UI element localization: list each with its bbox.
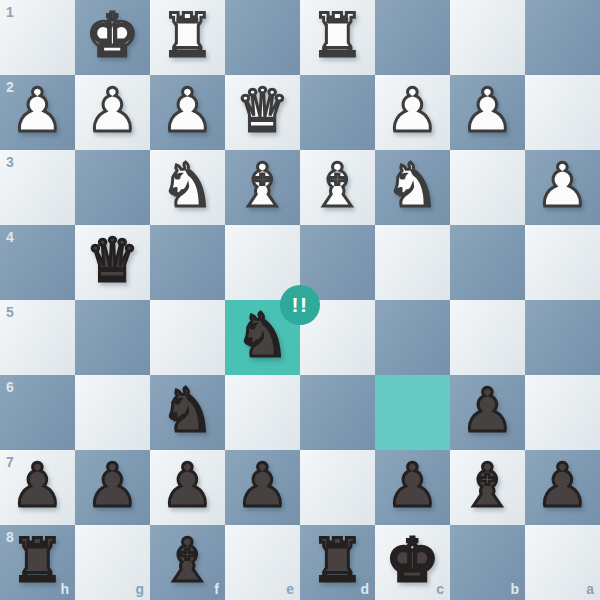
square-c7[interactable]: ♟ [375,450,450,525]
square-g5[interactable] [75,300,150,375]
square-c2[interactable]: ♟ [375,75,450,150]
piece-black-pawn-a7[interactable]: ♟ [536,455,590,515]
piece-white-pawn-g2[interactable]: ♟ [86,80,140,140]
piece-white-rook-d1[interactable]: ♜ [311,5,365,65]
square-b7[interactable]: ♝ [450,450,525,525]
square-a6[interactable] [525,375,600,450]
piece-black-pawn-c7[interactable]: ♟ [386,455,440,515]
square-f8[interactable]: f♝ [150,525,225,600]
piece-white-pawn-b2[interactable]: ♟ [461,80,515,140]
file-label-f: f [214,582,219,596]
square-c3[interactable]: ♞ [375,150,450,225]
square-f6[interactable]: ♞ [150,375,225,450]
rank-label-5: 5 [6,305,14,319]
piece-white-pawn-f2[interactable]: ♟ [161,80,215,140]
file-label-e: e [286,582,294,596]
square-e3[interactable]: ♝ [225,150,300,225]
square-c5[interactable] [375,300,450,375]
piece-black-pawn-e7[interactable]: ♟ [236,455,290,515]
square-c4[interactable] [375,225,450,300]
piece-black-rook-d8[interactable]: ♜ [311,530,365,590]
square-b8[interactable]: b [450,525,525,600]
file-label-d: d [360,582,369,596]
square-h1[interactable]: 1 [0,0,75,75]
square-g2[interactable]: ♟ [75,75,150,150]
file-label-c: c [436,582,444,596]
rank-label-8: 8 [6,530,14,544]
file-label-b: b [510,582,519,596]
square-h2[interactable]: 2♟ [0,75,75,150]
piece-white-knight-f3[interactable]: ♞ [161,155,215,215]
piece-black-rook-h8[interactable]: ♜ [11,530,65,590]
square-f2[interactable]: ♟ [150,75,225,150]
square-d8[interactable]: d♜ [300,525,375,600]
rank-label-7: 7 [6,455,14,469]
square-e2[interactable]: ♛ [225,75,300,150]
brilliant-move-badge: !! [280,285,320,325]
square-h8[interactable]: 8h♜ [0,525,75,600]
square-h6[interactable]: 6 [0,375,75,450]
square-e1[interactable] [225,0,300,75]
piece-white-bishop-d3[interactable]: ♝ [311,155,365,215]
piece-black-knight-f6[interactable]: ♞ [161,380,215,440]
piece-white-rook-f1[interactable]: ♜ [161,5,215,65]
square-b1[interactable] [450,0,525,75]
square-g3[interactable] [75,150,150,225]
square-b2[interactable]: ♟ [450,75,525,150]
square-e8[interactable]: e [225,525,300,600]
square-g1[interactable]: ♚ [75,0,150,75]
square-g7[interactable]: ♟ [75,450,150,525]
square-b6[interactable]: ♟ [450,375,525,450]
square-f4[interactable] [150,225,225,300]
square-c8[interactable]: c♚ [375,525,450,600]
piece-black-pawn-b6[interactable]: ♟ [461,380,515,440]
piece-black-queen-g4[interactable]: ♛ [86,230,140,290]
square-d1[interactable]: ♜ [300,0,375,75]
square-f7[interactable]: ♟ [150,450,225,525]
square-f3[interactable]: ♞ [150,150,225,225]
square-f5[interactable] [150,300,225,375]
square-h3[interactable]: 3 [0,150,75,225]
piece-black-pawn-g7[interactable]: ♟ [86,455,140,515]
file-label-h: h [60,582,69,596]
piece-white-bishop-e3[interactable]: ♝ [236,155,290,215]
square-a3[interactable]: ♟ [525,150,600,225]
piece-white-pawn-a3[interactable]: ♟ [536,155,590,215]
square-g6[interactable] [75,375,150,450]
square-g8[interactable]: g [75,525,150,600]
piece-white-king-g1[interactable]: ♚ [86,5,140,65]
rank-label-6: 6 [6,380,14,394]
square-d2[interactable] [300,75,375,150]
piece-black-pawn-h7[interactable]: ♟ [11,455,65,515]
square-c6[interactable] [375,375,450,450]
square-d7[interactable] [300,450,375,525]
square-g4[interactable]: ♛ [75,225,150,300]
piece-black-bishop-f8[interactable]: ♝ [161,530,215,590]
rank-label-3: 3 [6,155,14,169]
square-d3[interactable]: ♝ [300,150,375,225]
piece-white-pawn-c2[interactable]: ♟ [386,80,440,140]
square-a1[interactable] [525,0,600,75]
square-h7[interactable]: 7♟ [0,450,75,525]
square-e6[interactable] [225,375,300,450]
rank-label-1: 1 [6,5,14,19]
square-h5[interactable]: 5 [0,300,75,375]
square-b5[interactable] [450,300,525,375]
piece-white-knight-c3[interactable]: ♞ [386,155,440,215]
rank-label-2: 2 [6,80,14,94]
square-e7[interactable]: ♟ [225,450,300,525]
square-d6[interactable] [300,375,375,450]
square-c1[interactable] [375,0,450,75]
square-a5[interactable] [525,300,600,375]
square-a4[interactable] [525,225,600,300]
piece-white-pawn-h2[interactable]: ♟ [11,80,65,140]
square-a7[interactable]: ♟ [525,450,600,525]
square-b3[interactable] [450,150,525,225]
file-label-g: g [135,582,144,596]
square-b4[interactable] [450,225,525,300]
piece-black-pawn-f7[interactable]: ♟ [161,455,215,515]
square-a2[interactable] [525,75,600,150]
file-label-a: a [586,582,594,596]
square-f1[interactable]: ♜ [150,0,225,75]
piece-white-queen-e2[interactable]: ♛ [236,80,290,140]
rank-label-4: 4 [6,230,14,244]
square-a8[interactable]: a [525,525,600,600]
piece-black-bishop-b7[interactable]: ♝ [461,455,515,515]
square-h4[interactable]: 4 [0,225,75,300]
chess-board: 1♚♜♜2♟♟♟♛♟♟3♞♝♝♞♟4♛5♞6♞♟7♟♟♟♟♟♝♟8h♜gf♝ed… [0,0,600,600]
piece-black-king-c8[interactable]: ♚ [386,530,440,590]
